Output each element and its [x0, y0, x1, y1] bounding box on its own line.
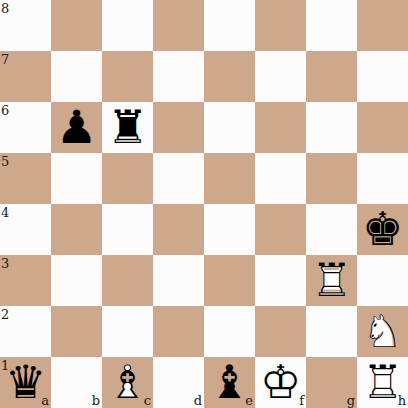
piece-outline-layer: ♖	[306, 255, 357, 306]
square-g6[interactable]	[306, 102, 357, 153]
square-e3[interactable]	[204, 255, 255, 306]
square-h4[interactable]: ♚	[357, 204, 408, 255]
square-b7[interactable]	[51, 51, 102, 102]
square-b2[interactable]	[51, 306, 102, 357]
piece-outline-layer: ♗	[102, 357, 153, 408]
square-h8[interactable]	[357, 0, 408, 51]
square-g8[interactable]	[306, 0, 357, 51]
square-d1[interactable]: d	[153, 357, 204, 408]
square-h3[interactable]	[357, 255, 408, 306]
square-g2[interactable]	[306, 306, 357, 357]
square-a7[interactable]: 7	[0, 51, 51, 102]
square-e6[interactable]	[204, 102, 255, 153]
rank-label-7: 7	[1, 53, 9, 66]
square-h7[interactable]	[357, 51, 408, 102]
piece-outline-layer: ♖	[357, 357, 408, 408]
square-d5[interactable]	[153, 153, 204, 204]
square-g4[interactable]	[306, 204, 357, 255]
square-e8[interactable]	[204, 0, 255, 51]
square-d7[interactable]	[153, 51, 204, 102]
piece-white-rook-g3[interactable]: ♜♖	[306, 255, 357, 306]
rank-label-8: 8	[1, 2, 9, 15]
rank-label-2: 2	[1, 308, 9, 321]
square-a1[interactable]: 1a♛	[0, 357, 51, 408]
piece-white-bishop-c1[interactable]: ♝♗	[102, 357, 153, 408]
square-c4[interactable]	[102, 204, 153, 255]
square-g1[interactable]: g	[306, 357, 357, 408]
piece-black-king-h4[interactable]: ♚	[357, 204, 408, 255]
square-g7[interactable]	[306, 51, 357, 102]
square-a4[interactable]: 4	[0, 204, 51, 255]
square-h6[interactable]	[357, 102, 408, 153]
square-c2[interactable]	[102, 306, 153, 357]
square-b3[interactable]	[51, 255, 102, 306]
square-a5[interactable]: 5	[0, 153, 51, 204]
square-a6[interactable]: 6	[0, 102, 51, 153]
piece-white-knight-h2[interactable]: ♞♘	[357, 306, 408, 357]
piece-black-bishop-e1[interactable]: ♝	[204, 357, 255, 408]
square-e1[interactable]: e♝	[204, 357, 255, 408]
square-b6[interactable]: ♟	[51, 102, 102, 153]
square-a3[interactable]: 3	[0, 255, 51, 306]
piece-black-pawn-b6[interactable]: ♟	[51, 102, 102, 153]
square-f7[interactable]	[255, 51, 306, 102]
square-d4[interactable]	[153, 204, 204, 255]
square-f6[interactable]	[255, 102, 306, 153]
file-label-d: d	[194, 394, 202, 407]
square-d8[interactable]	[153, 0, 204, 51]
square-c1[interactable]: c♝♗	[102, 357, 153, 408]
square-c8[interactable]	[102, 0, 153, 51]
square-c6[interactable]: ♜	[102, 102, 153, 153]
square-b8[interactable]	[51, 0, 102, 51]
square-e4[interactable]	[204, 204, 255, 255]
square-f3[interactable]	[255, 255, 306, 306]
square-g3[interactable]: ♜♖	[306, 255, 357, 306]
rank-label-5: 5	[1, 155, 9, 168]
square-f1[interactable]: f♚♔	[255, 357, 306, 408]
square-b5[interactable]	[51, 153, 102, 204]
square-h2[interactable]: ♞♘	[357, 306, 408, 357]
square-f5[interactable]	[255, 153, 306, 204]
square-c7[interactable]	[102, 51, 153, 102]
file-label-b: b	[92, 394, 100, 407]
piece-black-queen-a1[interactable]: ♛	[0, 357, 51, 408]
piece-outline-layer: ♘	[357, 306, 408, 357]
square-a8[interactable]: 8	[0, 0, 51, 51]
square-f8[interactable]	[255, 0, 306, 51]
file-label-g: g	[347, 394, 355, 407]
square-f2[interactable]	[255, 306, 306, 357]
rank-label-3: 3	[1, 257, 9, 270]
piece-black-rook-c6[interactable]: ♜	[102, 102, 153, 153]
square-b1[interactable]: b	[51, 357, 102, 408]
square-d6[interactable]	[153, 102, 204, 153]
square-c5[interactable]	[102, 153, 153, 204]
square-e7[interactable]	[204, 51, 255, 102]
piece-white-rook-h1[interactable]: ♜♖	[357, 357, 408, 408]
square-e2[interactable]	[204, 306, 255, 357]
square-g5[interactable]	[306, 153, 357, 204]
square-a2[interactable]: 2	[0, 306, 51, 357]
square-c3[interactable]	[102, 255, 153, 306]
square-h1[interactable]: h♜♖	[357, 357, 408, 408]
square-e5[interactable]	[204, 153, 255, 204]
square-b4[interactable]	[51, 204, 102, 255]
rank-label-6: 6	[1, 104, 9, 117]
chess-board: 876♟♜54♚3♜♖2♞♘1a♛bc♝♗de♝f♚♔gh♜♖	[0, 0, 408, 408]
square-h5[interactable]	[357, 153, 408, 204]
square-f4[interactable]	[255, 204, 306, 255]
piece-outline-layer: ♔	[255, 357, 306, 408]
rank-label-4: 4	[1, 206, 9, 219]
piece-white-king-f1[interactable]: ♚♔	[255, 357, 306, 408]
square-d3[interactable]	[153, 255, 204, 306]
square-d2[interactable]	[153, 306, 204, 357]
